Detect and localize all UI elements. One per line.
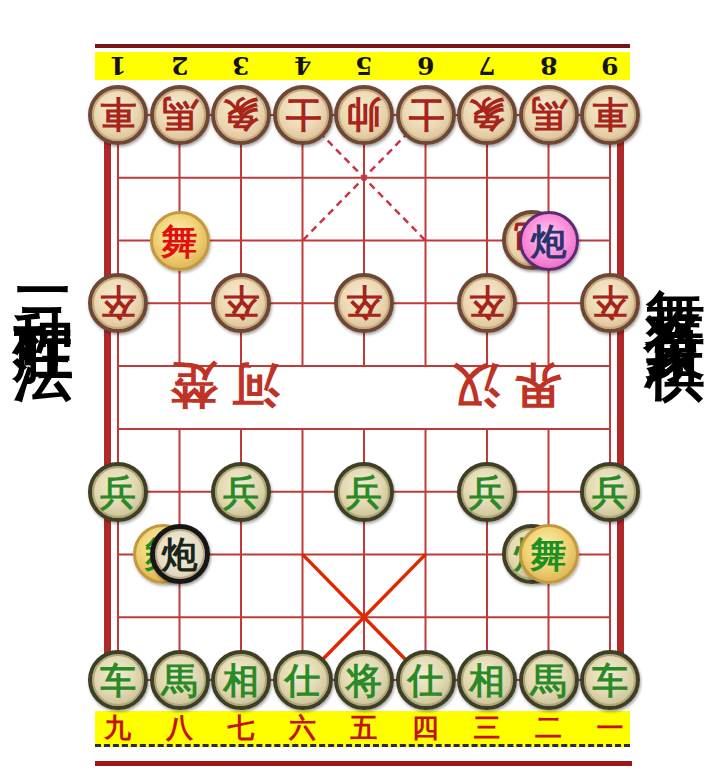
piece-label: 士 (285, 97, 321, 133)
file-number-label: 1 (109, 53, 126, 78)
board-point-r3c4: 卒 (333, 272, 395, 335)
board-point-r0c0: 車 (87, 84, 149, 147)
piece-士[interactable]: 士 (273, 85, 333, 145)
piece-仕[interactable]: 仕 (273, 650, 333, 710)
file-number-label: 8 (540, 53, 557, 78)
piece-馬[interactable]: 馬 (519, 650, 579, 710)
piece-车[interactable]: 车 (580, 650, 640, 710)
board-point-r9c5: 仕 (395, 648, 457, 711)
piece-兵[interactable]: 兵 (334, 462, 394, 522)
file-number-label: 3 (232, 53, 249, 78)
file-number-label: 9 (601, 53, 618, 78)
board-point-r0c5: 士 (395, 84, 457, 147)
right-title: 舞将象棋 (646, 240, 706, 312)
board-point-r3c8: 卒 (579, 272, 641, 335)
file-number: 一 (579, 711, 641, 744)
piece-label: 象 (469, 97, 505, 133)
piece-label: 车 (592, 662, 628, 698)
board-point-r7c1: 舞炮 (149, 523, 211, 586)
board-point-r0c7: 馬 (518, 84, 580, 147)
piece-卒[interactable]: 卒 (334, 273, 394, 333)
file-number: 五 (333, 711, 395, 744)
piece-label: 車 (592, 97, 628, 133)
board-point-r6c4: 兵 (333, 460, 395, 523)
file-number: 九 (87, 711, 149, 744)
piece-象[interactable]: 象 (211, 85, 271, 145)
file-number: 八 (149, 711, 211, 744)
piece-label: 兵 (223, 474, 259, 510)
file-number: 三 (456, 711, 518, 744)
bottom-file-numbers: 九 八 七 六 五 四 三 二 一 (87, 711, 641, 744)
xiangqi-diagram: 1 2 3 4 5 6 7 8 9 九 八 七 六 五 四 三 二 一 三种胜法… (0, 0, 722, 784)
board-point-r0c4: 帅 (333, 84, 395, 147)
piece-label: 兵 (100, 474, 136, 510)
piece-兵[interactable]: 兵 (457, 462, 517, 522)
board-point-r0c8: 車 (579, 84, 641, 147)
piece-卒[interactable]: 卒 (211, 273, 271, 333)
board-point-r6c6: 兵 (456, 460, 518, 523)
piece-車[interactable]: 車 (88, 85, 148, 145)
piece-相[interactable]: 相 (457, 650, 517, 710)
board-point-r3c0: 卒 (87, 272, 149, 335)
top-rule (95, 44, 630, 48)
piece-兵[interactable]: 兵 (211, 462, 271, 522)
piece-兵[interactable]: 兵 (580, 462, 640, 522)
file-number: 6 (395, 50, 457, 80)
board-point-r0c6: 象 (456, 84, 518, 147)
piece-label: 馬 (162, 662, 198, 698)
file-number: 七 (210, 711, 272, 744)
left-title: 三种胜法 (14, 240, 74, 312)
piece-label: 卒 (469, 285, 505, 321)
piece-舞[interactable]: 舞 (150, 211, 210, 271)
piece-label: 炮 (162, 536, 198, 572)
piece-label: 卒 (592, 285, 628, 321)
piece-label: 馬 (162, 97, 198, 133)
piece-卒[interactable]: 卒 (580, 273, 640, 333)
piece-兵[interactable]: 兵 (88, 462, 148, 522)
piece-label: 车 (100, 662, 136, 698)
piece-label: 兵 (469, 474, 505, 510)
piece-仕[interactable]: 仕 (396, 650, 456, 710)
piece-label: 舞 (531, 536, 567, 572)
board-point-r0c1: 馬 (149, 84, 211, 147)
piece-馬[interactable]: 馬 (519, 85, 579, 145)
piece-车[interactable]: 车 (88, 650, 148, 710)
board-point-r3c2: 卒 (210, 272, 272, 335)
board-point-r9c0: 车 (87, 648, 149, 711)
file-number-label: 三 (474, 714, 501, 741)
piece-炮[interactable]: 炮 (519, 211, 579, 271)
piece-label: 仕 (408, 662, 444, 698)
file-number: 4 (272, 50, 334, 80)
piece-卒[interactable]: 卒 (88, 273, 148, 333)
board-point-r9c1: 馬 (149, 648, 211, 711)
board-point-r7c7: 炮舞 (518, 523, 580, 586)
file-number-label: 2 (171, 53, 188, 78)
piece-label: 卒 (223, 285, 259, 321)
file-number: 3 (210, 50, 272, 80)
board-point-r0c3: 士 (272, 84, 334, 147)
file-number-label: 四 (412, 714, 439, 741)
top-file-numbers: 1 2 3 4 5 6 7 8 9 (87, 50, 641, 80)
piece-label: 帅 (346, 97, 382, 133)
piece-label: 卒 (100, 285, 136, 321)
piece-馬[interactable]: 馬 (150, 650, 210, 710)
file-number-label: 五 (351, 714, 378, 741)
piece-卒[interactable]: 卒 (457, 273, 517, 333)
piece-label: 象 (223, 97, 259, 133)
piece-label: 将 (346, 662, 382, 698)
board-point-r9c7: 馬 (518, 648, 580, 711)
board-point-r9c8: 车 (579, 648, 641, 711)
piece-相[interactable]: 相 (211, 650, 271, 710)
file-number: 9 (579, 50, 641, 80)
piece-舞[interactable]: 舞 (519, 524, 579, 584)
file-number-label: 六 (289, 714, 316, 741)
file-number-label: 九 (105, 714, 132, 741)
file-number: 1 (87, 50, 149, 80)
file-number: 2 (149, 50, 211, 80)
board-point-r6c0: 兵 (87, 460, 149, 523)
file-number-label: 6 (417, 53, 434, 78)
board-point-r2c7: 炮炮 (518, 209, 580, 272)
piece-label: 馬 (531, 97, 567, 133)
board-point-r0c2: 象 (210, 84, 272, 147)
file-number: 六 (272, 711, 334, 744)
piece-label: 炮 (531, 223, 567, 259)
piece-士[interactable]: 士 (396, 85, 456, 145)
file-number-label: 七 (228, 714, 255, 741)
piece-label: 馬 (531, 662, 567, 698)
file-number-label: 二 (535, 714, 562, 741)
board-point-r9c6: 相 (456, 648, 518, 711)
board-point-r9c4: 将 (333, 648, 395, 711)
piece-label: 相 (469, 662, 505, 698)
file-number: 5 (333, 50, 395, 80)
file-number: 二 (518, 711, 580, 744)
piece-label: 兵 (592, 474, 628, 510)
board-point-r9c2: 相 (210, 648, 272, 711)
board-grid[interactable]: 車馬象士帅士象馬車舞炮炮卒卒卒卒卒兵兵兵兵兵舞炮炮舞车馬相仕将仕相馬车 (87, 84, 641, 712)
piece-馬[interactable]: 馬 (150, 85, 210, 145)
piece-label: 車 (100, 97, 136, 133)
bottom-rule (95, 761, 632, 766)
piece-label: 卒 (346, 285, 382, 321)
piece-車[interactable]: 車 (580, 85, 640, 145)
file-number-label: 5 (355, 53, 372, 78)
board-point-r3c6: 卒 (456, 272, 518, 335)
piece-label: 兵 (346, 474, 382, 510)
file-number-label: 7 (478, 53, 495, 78)
piece-炮[interactable]: 炮 (150, 524, 210, 584)
board-point-r2c1: 舞 (149, 209, 211, 272)
piece-象[interactable]: 象 (457, 85, 517, 145)
file-number: 7 (456, 50, 518, 80)
board-point-r9c3: 仕 (272, 648, 334, 711)
file-number-label: 八 (166, 714, 193, 741)
piece-label: 士 (408, 97, 444, 133)
board-point-r6c8: 兵 (579, 460, 641, 523)
piece-label: 仕 (285, 662, 321, 698)
piece-帅[interactable]: 帅 (334, 85, 394, 145)
file-number-label: 一 (597, 714, 624, 741)
file-number: 8 (518, 50, 580, 80)
file-number: 四 (395, 711, 457, 744)
file-number-label: 4 (294, 53, 311, 78)
board-point-r6c2: 兵 (210, 460, 272, 523)
piece-label: 相 (223, 662, 259, 698)
piece-label: 舞 (162, 223, 198, 259)
piece-将[interactable]: 将 (334, 650, 394, 710)
